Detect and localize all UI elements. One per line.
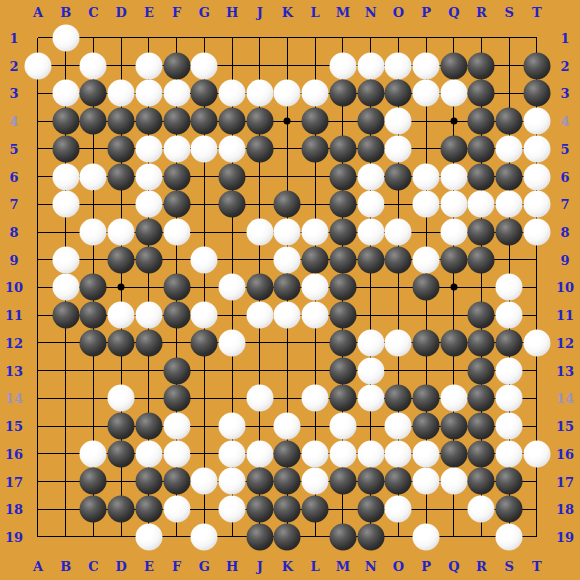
intersection-L18[interactable] (301, 495, 329, 523)
intersection-K12[interactable] (274, 329, 302, 357)
intersection-G6[interactable] (190, 163, 218, 191)
intersection-T5[interactable] (523, 135, 551, 163)
intersection-O3[interactable] (384, 80, 412, 108)
intersection-S16[interactable] (495, 440, 523, 468)
intersection-R19[interactable] (468, 523, 496, 551)
intersection-N18[interactable] (357, 495, 385, 523)
intersection-B1[interactable] (52, 24, 80, 52)
intersection-C6[interactable] (80, 163, 108, 191)
intersection-F5[interactable] (163, 135, 191, 163)
intersection-P11[interactable] (412, 301, 440, 329)
intersection-C9[interactable] (80, 246, 108, 274)
intersection-H18[interactable] (218, 495, 246, 523)
intersection-Q15[interactable] (440, 412, 468, 440)
intersection-M6[interactable] (329, 163, 357, 191)
intersection-B16[interactable] (52, 440, 80, 468)
intersection-A2[interactable] (24, 52, 52, 80)
intersection-N2[interactable] (357, 52, 385, 80)
intersection-F3[interactable] (163, 80, 191, 108)
intersection-T12[interactable] (523, 329, 551, 357)
intersection-N6[interactable] (357, 163, 385, 191)
intersection-N13[interactable] (357, 357, 385, 385)
intersection-Q17[interactable] (440, 468, 468, 496)
intersection-J12[interactable] (246, 329, 274, 357)
intersection-T2[interactable] (523, 52, 551, 80)
intersection-G10[interactable] (190, 274, 218, 302)
intersection-D17[interactable] (107, 468, 135, 496)
intersection-D19[interactable] (107, 523, 135, 551)
intersection-T3[interactable] (523, 80, 551, 108)
intersection-N9[interactable] (357, 246, 385, 274)
intersection-H6[interactable] (218, 163, 246, 191)
intersection-S1[interactable] (495, 24, 523, 52)
intersection-F15[interactable] (163, 412, 191, 440)
intersection-E6[interactable] (135, 163, 163, 191)
intersection-T16[interactable] (523, 440, 551, 468)
intersection-D3[interactable] (107, 80, 135, 108)
intersection-G9[interactable] (190, 246, 218, 274)
intersection-T9[interactable] (523, 246, 551, 274)
intersection-F4[interactable] (163, 107, 191, 135)
intersection-Q10[interactable] (440, 274, 468, 302)
intersection-J7[interactable] (246, 190, 274, 218)
intersection-G5[interactable] (190, 135, 218, 163)
intersection-Q9[interactable] (440, 246, 468, 274)
intersection-P14[interactable] (412, 384, 440, 412)
intersection-F17[interactable] (163, 468, 191, 496)
intersection-D18[interactable] (107, 495, 135, 523)
intersection-A8[interactable] (24, 218, 52, 246)
intersection-L14[interactable] (301, 384, 329, 412)
intersection-C7[interactable] (80, 190, 108, 218)
intersection-R8[interactable] (468, 218, 496, 246)
intersection-B11[interactable] (52, 301, 80, 329)
intersection-O12[interactable] (384, 329, 412, 357)
intersection-A3[interactable] (24, 80, 52, 108)
intersection-J6[interactable] (246, 163, 274, 191)
intersection-H7[interactable] (218, 190, 246, 218)
intersection-P19[interactable] (412, 523, 440, 551)
intersection-J15[interactable] (246, 412, 274, 440)
intersection-Q12[interactable] (440, 329, 468, 357)
intersection-S13[interactable] (495, 357, 523, 385)
intersection-O2[interactable] (384, 52, 412, 80)
intersection-D5[interactable] (107, 135, 135, 163)
intersection-N8[interactable] (357, 218, 385, 246)
intersection-M2[interactable] (329, 52, 357, 80)
intersection-P6[interactable] (412, 163, 440, 191)
intersection-G17[interactable] (190, 468, 218, 496)
intersection-P18[interactable] (412, 495, 440, 523)
intersection-L7[interactable] (301, 190, 329, 218)
intersection-C11[interactable] (80, 301, 108, 329)
intersection-M5[interactable] (329, 135, 357, 163)
intersection-M10[interactable] (329, 274, 357, 302)
intersection-H9[interactable] (218, 246, 246, 274)
intersection-B4[interactable] (52, 107, 80, 135)
intersection-C19[interactable] (80, 523, 108, 551)
intersection-O7[interactable] (384, 190, 412, 218)
intersection-G12[interactable] (190, 329, 218, 357)
intersection-P15[interactable] (412, 412, 440, 440)
intersection-J1[interactable] (246, 24, 274, 52)
intersection-L1[interactable] (301, 24, 329, 52)
intersection-M3[interactable] (329, 80, 357, 108)
intersection-Q3[interactable] (440, 80, 468, 108)
intersection-K19[interactable] (274, 523, 302, 551)
intersection-S7[interactable] (495, 190, 523, 218)
intersection-Q5[interactable] (440, 135, 468, 163)
intersection-S2[interactable] (495, 52, 523, 80)
intersection-E19[interactable] (135, 523, 163, 551)
intersection-J18[interactable] (246, 495, 274, 523)
intersection-C1[interactable] (80, 24, 108, 52)
intersection-J9[interactable] (246, 246, 274, 274)
intersection-O13[interactable] (384, 357, 412, 385)
intersection-A17[interactable] (24, 468, 52, 496)
intersection-O19[interactable] (384, 523, 412, 551)
intersection-E8[interactable] (135, 218, 163, 246)
intersection-B3[interactable] (52, 80, 80, 108)
intersection-M8[interactable] (329, 218, 357, 246)
intersection-A19[interactable] (24, 523, 52, 551)
intersection-Q16[interactable] (440, 440, 468, 468)
intersection-E10[interactable] (135, 274, 163, 302)
intersection-N14[interactable] (357, 384, 385, 412)
intersection-E3[interactable] (135, 80, 163, 108)
intersection-Q2[interactable] (440, 52, 468, 80)
intersection-C18[interactable] (80, 495, 108, 523)
intersection-M11[interactable] (329, 301, 357, 329)
intersection-N19[interactable] (357, 523, 385, 551)
intersection-Q1[interactable] (440, 24, 468, 52)
intersection-G3[interactable] (190, 80, 218, 108)
intersection-B2[interactable] (52, 52, 80, 80)
intersection-F10[interactable] (163, 274, 191, 302)
intersection-K1[interactable] (274, 24, 302, 52)
intersection-P17[interactable] (412, 468, 440, 496)
intersection-R10[interactable] (468, 274, 496, 302)
intersection-H14[interactable] (218, 384, 246, 412)
intersection-G1[interactable] (190, 24, 218, 52)
intersection-H3[interactable] (218, 80, 246, 108)
intersection-J2[interactable] (246, 52, 274, 80)
intersection-B8[interactable] (52, 218, 80, 246)
intersection-H8[interactable] (218, 218, 246, 246)
intersection-R4[interactable] (468, 107, 496, 135)
intersection-E1[interactable] (135, 24, 163, 52)
intersection-A13[interactable] (24, 357, 52, 385)
intersection-D1[interactable] (107, 24, 135, 52)
intersection-G15[interactable] (190, 412, 218, 440)
intersection-C2[interactable] (80, 52, 108, 80)
intersection-L3[interactable] (301, 80, 329, 108)
intersection-R3[interactable] (468, 80, 496, 108)
intersection-C13[interactable] (80, 357, 108, 385)
intersection-H11[interactable] (218, 301, 246, 329)
intersection-D8[interactable] (107, 218, 135, 246)
intersection-S6[interactable] (495, 163, 523, 191)
intersection-A15[interactable] (24, 412, 52, 440)
intersection-C8[interactable] (80, 218, 108, 246)
intersection-E17[interactable] (135, 468, 163, 496)
intersection-M13[interactable] (329, 357, 357, 385)
intersection-N1[interactable] (357, 24, 385, 52)
intersection-J16[interactable] (246, 440, 274, 468)
intersection-J5[interactable] (246, 135, 274, 163)
intersection-Q11[interactable] (440, 301, 468, 329)
intersection-E12[interactable] (135, 329, 163, 357)
intersection-D2[interactable] (107, 52, 135, 80)
intersection-P9[interactable] (412, 246, 440, 274)
intersection-E5[interactable] (135, 135, 163, 163)
intersection-A4[interactable] (24, 107, 52, 135)
intersection-B14[interactable] (52, 384, 80, 412)
intersection-S14[interactable] (495, 384, 523, 412)
intersection-A9[interactable] (24, 246, 52, 274)
intersection-O16[interactable] (384, 440, 412, 468)
intersection-N10[interactable] (357, 274, 385, 302)
intersection-N11[interactable] (357, 301, 385, 329)
intersection-S12[interactable] (495, 329, 523, 357)
intersection-O14[interactable] (384, 384, 412, 412)
intersection-F13[interactable] (163, 357, 191, 385)
intersection-Q13[interactable] (440, 357, 468, 385)
intersection-R6[interactable] (468, 163, 496, 191)
intersection-K7[interactable] (274, 190, 302, 218)
intersection-K5[interactable] (274, 135, 302, 163)
intersection-T4[interactable] (523, 107, 551, 135)
intersection-K17[interactable] (274, 468, 302, 496)
intersection-P8[interactable] (412, 218, 440, 246)
intersection-D9[interactable] (107, 246, 135, 274)
intersection-L19[interactable] (301, 523, 329, 551)
intersection-R17[interactable] (468, 468, 496, 496)
intersection-N16[interactable] (357, 440, 385, 468)
intersection-A5[interactable] (24, 135, 52, 163)
intersection-S19[interactable] (495, 523, 523, 551)
intersection-R7[interactable] (468, 190, 496, 218)
intersection-L5[interactable] (301, 135, 329, 163)
intersection-R11[interactable] (468, 301, 496, 329)
intersection-R16[interactable] (468, 440, 496, 468)
intersection-P16[interactable] (412, 440, 440, 468)
intersection-M18[interactable] (329, 495, 357, 523)
intersection-G19[interactable] (190, 523, 218, 551)
intersection-Q8[interactable] (440, 218, 468, 246)
intersection-H5[interactable] (218, 135, 246, 163)
intersection-K6[interactable] (274, 163, 302, 191)
intersection-T7[interactable] (523, 190, 551, 218)
intersection-T10[interactable] (523, 274, 551, 302)
intersection-O17[interactable] (384, 468, 412, 496)
intersection-R12[interactable] (468, 329, 496, 357)
intersection-C12[interactable] (80, 329, 108, 357)
intersection-O9[interactable] (384, 246, 412, 274)
intersection-L16[interactable] (301, 440, 329, 468)
intersection-L9[interactable] (301, 246, 329, 274)
intersection-P12[interactable] (412, 329, 440, 357)
intersection-A18[interactable] (24, 495, 52, 523)
intersection-F14[interactable] (163, 384, 191, 412)
intersection-O18[interactable] (384, 495, 412, 523)
intersection-P10[interactable] (412, 274, 440, 302)
intersection-G8[interactable] (190, 218, 218, 246)
intersection-M17[interactable] (329, 468, 357, 496)
intersection-B13[interactable] (52, 357, 80, 385)
intersection-N12[interactable] (357, 329, 385, 357)
intersection-F9[interactable] (163, 246, 191, 274)
intersection-L17[interactable] (301, 468, 329, 496)
intersection-O6[interactable] (384, 163, 412, 191)
intersection-B5[interactable] (52, 135, 80, 163)
intersection-G13[interactable] (190, 357, 218, 385)
intersection-M7[interactable] (329, 190, 357, 218)
intersection-A11[interactable] (24, 301, 52, 329)
intersection-R2[interactable] (468, 52, 496, 80)
intersection-Q7[interactable] (440, 190, 468, 218)
intersection-E2[interactable] (135, 52, 163, 80)
intersection-L2[interactable] (301, 52, 329, 80)
intersection-T11[interactable] (523, 301, 551, 329)
intersection-L11[interactable] (301, 301, 329, 329)
intersection-P4[interactable] (412, 107, 440, 135)
intersection-A7[interactable] (24, 190, 52, 218)
intersection-H16[interactable] (218, 440, 246, 468)
intersection-G18[interactable] (190, 495, 218, 523)
intersection-T15[interactable] (523, 412, 551, 440)
intersection-L15[interactable] (301, 412, 329, 440)
intersection-A16[interactable] (24, 440, 52, 468)
intersection-P13[interactable] (412, 357, 440, 385)
intersection-T1[interactable] (523, 24, 551, 52)
intersection-Q19[interactable] (440, 523, 468, 551)
intersection-M19[interactable] (329, 523, 357, 551)
intersection-H4[interactable] (218, 107, 246, 135)
intersection-K4[interactable] (274, 107, 302, 135)
intersection-N4[interactable] (357, 107, 385, 135)
intersection-S17[interactable] (495, 468, 523, 496)
intersection-M15[interactable] (329, 412, 357, 440)
intersection-F8[interactable] (163, 218, 191, 246)
intersection-H15[interactable] (218, 412, 246, 440)
intersection-S9[interactable] (495, 246, 523, 274)
intersection-G11[interactable] (190, 301, 218, 329)
intersection-F2[interactable] (163, 52, 191, 80)
intersection-O4[interactable] (384, 107, 412, 135)
intersection-B17[interactable] (52, 468, 80, 496)
intersection-S5[interactable] (495, 135, 523, 163)
intersection-T13[interactable] (523, 357, 551, 385)
intersection-B6[interactable] (52, 163, 80, 191)
intersection-C4[interactable] (80, 107, 108, 135)
intersection-Q6[interactable] (440, 163, 468, 191)
intersection-D4[interactable] (107, 107, 135, 135)
intersection-M16[interactable] (329, 440, 357, 468)
intersection-A1[interactable] (24, 24, 52, 52)
intersection-J10[interactable] (246, 274, 274, 302)
intersection-R5[interactable] (468, 135, 496, 163)
intersection-T18[interactable] (523, 495, 551, 523)
intersection-O10[interactable] (384, 274, 412, 302)
intersection-C17[interactable] (80, 468, 108, 496)
intersection-N17[interactable] (357, 468, 385, 496)
intersection-F18[interactable] (163, 495, 191, 523)
intersection-C3[interactable] (80, 80, 108, 108)
intersection-B9[interactable] (52, 246, 80, 274)
intersection-S10[interactable] (495, 274, 523, 302)
intersection-S8[interactable] (495, 218, 523, 246)
intersection-K15[interactable] (274, 412, 302, 440)
intersection-T6[interactable] (523, 163, 551, 191)
intersection-G16[interactable] (190, 440, 218, 468)
intersection-K8[interactable] (274, 218, 302, 246)
intersection-R15[interactable] (468, 412, 496, 440)
intersection-R9[interactable] (468, 246, 496, 274)
intersection-N15[interactable] (357, 412, 385, 440)
intersection-F16[interactable] (163, 440, 191, 468)
intersection-G14[interactable] (190, 384, 218, 412)
intersection-T14[interactable] (523, 384, 551, 412)
intersection-C10[interactable] (80, 274, 108, 302)
intersection-H13[interactable] (218, 357, 246, 385)
intersection-S11[interactable] (495, 301, 523, 329)
intersection-A14[interactable] (24, 384, 52, 412)
intersection-D16[interactable] (107, 440, 135, 468)
intersection-L8[interactable] (301, 218, 329, 246)
intersection-L13[interactable] (301, 357, 329, 385)
intersection-B15[interactable] (52, 412, 80, 440)
intersection-E18[interactable] (135, 495, 163, 523)
intersection-P1[interactable] (412, 24, 440, 52)
intersection-B10[interactable] (52, 274, 80, 302)
intersection-F11[interactable] (163, 301, 191, 329)
intersection-L4[interactable] (301, 107, 329, 135)
intersection-J13[interactable] (246, 357, 274, 385)
intersection-T8[interactable] (523, 218, 551, 246)
intersection-B19[interactable] (52, 523, 80, 551)
intersection-T17[interactable] (523, 468, 551, 496)
intersection-L12[interactable] (301, 329, 329, 357)
intersection-K18[interactable] (274, 495, 302, 523)
intersection-H10[interactable] (218, 274, 246, 302)
intersection-F7[interactable] (163, 190, 191, 218)
intersection-R14[interactable] (468, 384, 496, 412)
intersection-L10[interactable] (301, 274, 329, 302)
intersection-L6[interactable] (301, 163, 329, 191)
intersection-K11[interactable] (274, 301, 302, 329)
intersection-P7[interactable] (412, 190, 440, 218)
intersection-A6[interactable] (24, 163, 52, 191)
intersection-G2[interactable] (190, 52, 218, 80)
intersection-O5[interactable] (384, 135, 412, 163)
intersection-R1[interactable] (468, 24, 496, 52)
intersection-K14[interactable] (274, 384, 302, 412)
intersection-K13[interactable] (274, 357, 302, 385)
intersection-J14[interactable] (246, 384, 274, 412)
intersection-A12[interactable] (24, 329, 52, 357)
intersection-M14[interactable] (329, 384, 357, 412)
intersection-J17[interactable] (246, 468, 274, 496)
intersection-B7[interactable] (52, 190, 80, 218)
intersection-E9[interactable] (135, 246, 163, 274)
intersection-K10[interactable] (274, 274, 302, 302)
intersection-R13[interactable] (468, 357, 496, 385)
intersection-K16[interactable] (274, 440, 302, 468)
intersection-F6[interactable] (163, 163, 191, 191)
intersection-A10[interactable] (24, 274, 52, 302)
intersection-T19[interactable] (523, 523, 551, 551)
